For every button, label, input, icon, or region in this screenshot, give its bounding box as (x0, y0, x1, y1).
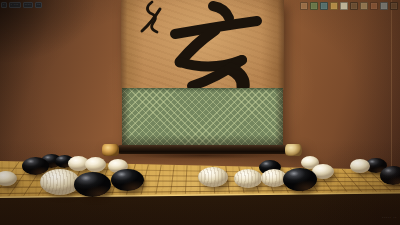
hud-icon-4[interactable] (330, 2, 338, 10)
debug-badge: ···· (23, 2, 33, 8)
hanging-scroll (121, 0, 284, 156)
go-stone-white (234, 169, 262, 188)
go-stone-black (111, 169, 144, 191)
hud-icon-2[interactable] (310, 2, 318, 10)
hud-icon-10[interactable] (390, 2, 398, 10)
debug-badge-row: ·· ········· (1, 2, 42, 8)
roller-knob-left (102, 144, 119, 156)
wall-seam (391, 0, 392, 168)
debug-badge: · (1, 2, 7, 8)
hud-icon-8[interactable] (370, 2, 378, 10)
stats-readout: ····· ·· (382, 215, 397, 220)
roller-knob-right (285, 144, 302, 156)
go-stone-white (350, 159, 370, 173)
go-stone-white (0, 171, 17, 186)
hud-icon-3[interactable] (320, 2, 328, 10)
go-stone-black (74, 172, 111, 197)
toolbar-icon-row (300, 2, 398, 10)
hud-icon-5[interactable] (340, 2, 348, 10)
go-stone-white (198, 167, 228, 187)
hud-icon-7[interactable] (360, 2, 368, 10)
game-viewport[interactable]: ·· ········· ····· ·· (0, 0, 400, 225)
hud-icon-6[interactable] (350, 2, 358, 10)
hud-icon-1[interactable] (300, 2, 308, 10)
go-stone-black (283, 168, 317, 191)
debug-badge: ·· (35, 2, 42, 8)
scroll-brocade-band (122, 88, 283, 146)
scroll-roller (117, 145, 288, 154)
go-stone-black (380, 166, 400, 185)
debug-badge: · ··· (9, 2, 21, 8)
hud-icon-9[interactable] (380, 2, 388, 10)
go-stone-white (85, 157, 106, 172)
